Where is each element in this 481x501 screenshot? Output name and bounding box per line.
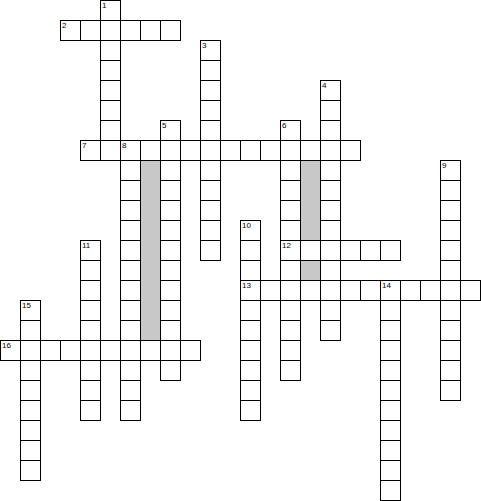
cell[interactable]: [280, 180, 301, 201]
cell[interactable]: [20, 420, 41, 441]
cell[interactable]: [160, 320, 181, 341]
cell[interactable]: [100, 60, 121, 81]
cell[interactable]: [160, 160, 181, 181]
cell[interactable]: [120, 340, 141, 361]
cell[interactable]: [160, 360, 181, 381]
cell[interactable]: [20, 460, 41, 481]
shaded-cells[interactable]: [300, 260, 321, 281]
cell[interactable]: [320, 200, 341, 221]
cell[interactable]: [320, 280, 341, 301]
cell[interactable]: [320, 260, 341, 281]
cell[interactable]: [100, 20, 121, 41]
cell[interactable]: [240, 220, 261, 241]
cell[interactable]: [80, 260, 101, 281]
cell[interactable]: [200, 180, 221, 201]
cell[interactable]: [300, 240, 321, 261]
cell[interactable]: [120, 280, 141, 301]
cell[interactable]: [380, 240, 401, 261]
cell[interactable]: [80, 300, 101, 321]
cell[interactable]: [320, 300, 341, 321]
cell[interactable]: [200, 200, 221, 221]
cell[interactable]: [0, 340, 21, 361]
cell[interactable]: [160, 120, 181, 141]
cell[interactable]: [440, 360, 461, 381]
cell[interactable]: [100, 140, 121, 161]
cell[interactable]: [20, 400, 41, 421]
cell[interactable]: [280, 280, 301, 301]
cell[interactable]: [300, 140, 321, 161]
cell[interactable]: [120, 260, 141, 281]
crossword-board: 12345678910111213141516: [0, 0, 481, 501]
cell[interactable]: [120, 220, 141, 241]
cell[interactable]: [440, 280, 461, 301]
cell[interactable]: [380, 480, 401, 501]
cell[interactable]: [120, 300, 141, 321]
cell[interactable]: [120, 160, 141, 181]
cell[interactable]: [20, 360, 41, 381]
cell[interactable]: [320, 120, 341, 141]
cell[interactable]: [280, 200, 301, 221]
cell[interactable]: [320, 180, 341, 201]
cell[interactable]: [120, 180, 141, 201]
cell[interactable]: [380, 420, 401, 441]
cell[interactable]: [380, 320, 401, 341]
cell[interactable]: [280, 320, 301, 341]
cell[interactable]: [200, 100, 221, 121]
cell[interactable]: [120, 380, 141, 401]
cell[interactable]: [200, 240, 221, 261]
cell[interactable]: [320, 100, 341, 121]
cell[interactable]: [140, 140, 161, 161]
cell[interactable]: [140, 20, 161, 41]
cell[interactable]: [240, 300, 261, 321]
cell[interactable]: [440, 200, 461, 221]
cell[interactable]: [200, 40, 221, 61]
cell[interactable]: [80, 400, 101, 421]
cell[interactable]: [180, 140, 201, 161]
cell[interactable]: [320, 160, 341, 181]
cell[interactable]: [240, 260, 261, 281]
cell[interactable]: [100, 40, 121, 61]
cell[interactable]: [320, 140, 341, 161]
shaded-cells[interactable]: [300, 160, 321, 241]
cell[interactable]: [360, 240, 381, 261]
cell[interactable]: [280, 140, 301, 161]
cell[interactable]: [20, 320, 41, 341]
cell[interactable]: [160, 140, 181, 161]
cell[interactable]: [380, 280, 401, 301]
cell[interactable]: [160, 20, 181, 41]
cell[interactable]: [60, 340, 81, 361]
cell[interactable]: [380, 380, 401, 401]
cell[interactable]: [300, 280, 321, 301]
cell[interactable]: [120, 400, 141, 421]
cell[interactable]: [240, 340, 261, 361]
cell[interactable]: [40, 340, 61, 361]
cell[interactable]: [160, 220, 181, 241]
cell[interactable]: [380, 360, 401, 381]
cell[interactable]: [320, 240, 341, 261]
cell[interactable]: [460, 280, 481, 301]
cell[interactable]: [440, 180, 461, 201]
cell[interactable]: [380, 340, 401, 361]
cell[interactable]: [220, 140, 241, 161]
cell[interactable]: [80, 320, 101, 341]
cell[interactable]: [400, 280, 421, 301]
cell[interactable]: [240, 320, 261, 341]
cell[interactable]: [100, 100, 121, 121]
cell[interactable]: [80, 340, 101, 361]
cell[interactable]: [80, 280, 101, 301]
cell[interactable]: [120, 320, 141, 341]
cell[interactable]: [120, 140, 141, 161]
cell[interactable]: [160, 200, 181, 221]
cell[interactable]: [240, 400, 261, 421]
cell[interactable]: [260, 140, 281, 161]
cell[interactable]: [120, 240, 141, 261]
cell[interactable]: [80, 20, 101, 41]
cell[interactable]: [280, 360, 301, 381]
cell[interactable]: [240, 280, 261, 301]
shaded-cells[interactable]: [140, 160, 161, 341]
cell[interactable]: [20, 380, 41, 401]
cell[interactable]: [160, 280, 181, 301]
cell[interactable]: [160, 340, 181, 361]
cell[interactable]: [100, 0, 121, 21]
cell[interactable]: [160, 260, 181, 281]
cell[interactable]: [200, 140, 221, 161]
cell[interactable]: [280, 340, 301, 361]
cell[interactable]: [440, 320, 461, 341]
cell[interactable]: [380, 440, 401, 461]
cell[interactable]: [320, 80, 341, 101]
cell[interactable]: [440, 340, 461, 361]
cell[interactable]: [180, 340, 201, 361]
cell[interactable]: [440, 160, 461, 181]
cell[interactable]: [100, 340, 121, 361]
cell[interactable]: [280, 260, 301, 281]
cell[interactable]: [280, 240, 301, 261]
cell[interactable]: [280, 120, 301, 141]
cell[interactable]: [340, 280, 361, 301]
cell[interactable]: [80, 360, 101, 381]
cell[interactable]: [100, 80, 121, 101]
cell[interactable]: [140, 340, 161, 361]
cell[interactable]: [380, 300, 401, 321]
cell[interactable]: [340, 140, 361, 161]
cell[interactable]: [340, 240, 361, 261]
cell[interactable]: [280, 220, 301, 241]
cell[interactable]: [160, 240, 181, 261]
cell[interactable]: [240, 380, 261, 401]
cell[interactable]: [80, 240, 101, 261]
cell[interactable]: [260, 280, 281, 301]
cell[interactable]: [200, 80, 221, 101]
cell[interactable]: [360, 280, 381, 301]
cell[interactable]: [200, 120, 221, 141]
cell[interactable]: [420, 280, 441, 301]
cell[interactable]: [240, 240, 261, 261]
cell[interactable]: [160, 300, 181, 321]
cell[interactable]: [20, 340, 41, 361]
cell[interactable]: [240, 360, 261, 381]
cell[interactable]: [20, 440, 41, 461]
cell[interactable]: [380, 460, 401, 481]
cell[interactable]: [440, 220, 461, 241]
cell[interactable]: [80, 140, 101, 161]
cell[interactable]: [440, 300, 461, 321]
cell[interactable]: [440, 240, 461, 261]
cell[interactable]: [120, 20, 141, 41]
cell[interactable]: [200, 220, 221, 241]
cell[interactable]: [60, 20, 81, 41]
cell[interactable]: [280, 300, 301, 321]
cell[interactable]: [160, 180, 181, 201]
cell[interactable]: [120, 200, 141, 221]
cell[interactable]: [440, 380, 461, 401]
cell[interactable]: [240, 140, 261, 161]
cell[interactable]: [120, 360, 141, 381]
cell[interactable]: [440, 260, 461, 281]
cell[interactable]: [20, 300, 41, 321]
cell[interactable]: [320, 220, 341, 241]
cell[interactable]: [200, 60, 221, 81]
cell[interactable]: [80, 380, 101, 401]
cell[interactable]: [380, 400, 401, 421]
cell[interactable]: [200, 160, 221, 181]
cell[interactable]: [100, 120, 121, 141]
cell[interactable]: [320, 320, 341, 341]
cell[interactable]: [280, 160, 301, 181]
